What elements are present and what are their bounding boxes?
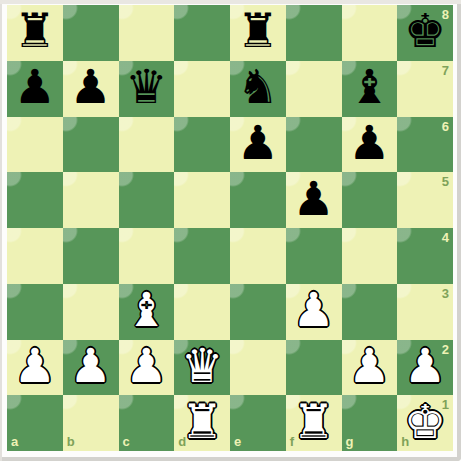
window-edge-top bbox=[0, 0, 461, 4]
rank-label-3: 3 bbox=[442, 287, 449, 300]
piece-white-pawn[interactable]: ♟ bbox=[125, 342, 167, 389]
file-label-d: d bbox=[178, 435, 186, 448]
square-d8[interactable] bbox=[174, 5, 230, 61]
square-f5[interactable]: ♟ bbox=[286, 172, 342, 228]
square-e2[interactable] bbox=[230, 340, 286, 396]
square-e8[interactable]: ♜ bbox=[230, 5, 286, 61]
square-e4[interactable] bbox=[230, 228, 286, 284]
rank-label-6: 6 bbox=[442, 120, 449, 133]
piece-white-rook[interactable]: ♜ bbox=[181, 398, 223, 445]
window-edge-left bbox=[0, 4, 2, 461]
square-h6[interactable]: 6 bbox=[397, 117, 453, 173]
square-g7[interactable]: ♝ bbox=[342, 61, 398, 117]
square-a6[interactable] bbox=[7, 117, 63, 173]
square-d3[interactable] bbox=[174, 284, 230, 340]
rank-label-1: 1 bbox=[442, 398, 449, 411]
square-c1[interactable]: c bbox=[119, 395, 175, 451]
piece-white-rook[interactable]: ♜ bbox=[293, 398, 335, 445]
square-h7[interactable]: 7 bbox=[397, 61, 453, 117]
piece-white-pawn[interactable]: ♟ bbox=[70, 342, 112, 389]
window-edge-right bbox=[457, 4, 461, 461]
square-e1[interactable]: e bbox=[230, 395, 286, 451]
square-g5[interactable] bbox=[342, 172, 398, 228]
square-g6[interactable]: ♟ bbox=[342, 117, 398, 173]
square-b8[interactable] bbox=[63, 5, 119, 61]
piece-white-pawn[interactable]: ♟ bbox=[348, 342, 390, 389]
piece-black-knight[interactable]: ♞ bbox=[237, 63, 279, 110]
square-a8[interactable]: ♜ bbox=[7, 5, 63, 61]
rank-label-4: 4 bbox=[442, 231, 449, 244]
square-c4[interactable] bbox=[119, 228, 175, 284]
square-g8[interactable] bbox=[342, 5, 398, 61]
square-a2[interactable]: ♟ bbox=[7, 340, 63, 396]
piece-black-king[interactable]: ♚ bbox=[404, 7, 446, 54]
square-f1[interactable]: ♜f bbox=[286, 395, 342, 451]
square-h3[interactable]: 3 bbox=[397, 284, 453, 340]
piece-black-pawn[interactable]: ♟ bbox=[348, 119, 390, 166]
square-b6[interactable] bbox=[63, 117, 119, 173]
file-label-h: h bbox=[401, 435, 409, 448]
square-c5[interactable] bbox=[119, 172, 175, 228]
piece-black-pawn[interactable]: ♟ bbox=[237, 119, 279, 166]
file-label-a: a bbox=[11, 435, 18, 448]
square-d5[interactable] bbox=[174, 172, 230, 228]
square-b3[interactable] bbox=[63, 284, 119, 340]
file-label-f: f bbox=[290, 435, 294, 448]
rank-label-2: 2 bbox=[442, 343, 449, 356]
piece-white-pawn[interactable]: ♟ bbox=[293, 286, 335, 333]
square-d6[interactable] bbox=[174, 117, 230, 173]
square-f6[interactable] bbox=[286, 117, 342, 173]
square-c7[interactable]: ♛ bbox=[119, 61, 175, 117]
square-d7[interactable] bbox=[174, 61, 230, 117]
square-b5[interactable] bbox=[63, 172, 119, 228]
square-c6[interactable] bbox=[119, 117, 175, 173]
piece-black-bishop[interactable]: ♝ bbox=[348, 63, 390, 110]
square-a3[interactable] bbox=[7, 284, 63, 340]
square-a4[interactable] bbox=[7, 228, 63, 284]
rank-label-5: 5 bbox=[442, 175, 449, 188]
square-e7[interactable]: ♞ bbox=[230, 61, 286, 117]
piece-black-rook[interactable]: ♜ bbox=[14, 7, 56, 54]
square-a1[interactable]: a bbox=[7, 395, 63, 451]
rank-label-7: 7 bbox=[442, 64, 449, 77]
square-g4[interactable] bbox=[342, 228, 398, 284]
square-f3[interactable]: ♟ bbox=[286, 284, 342, 340]
square-h2[interactable]: ♟2 bbox=[397, 340, 453, 396]
square-e5[interactable] bbox=[230, 172, 286, 228]
square-g3[interactable] bbox=[342, 284, 398, 340]
square-a7[interactable]: ♟ bbox=[7, 61, 63, 117]
file-label-c: c bbox=[123, 435, 130, 448]
rank-label-8: 8 bbox=[442, 8, 449, 21]
square-f4[interactable] bbox=[286, 228, 342, 284]
square-b7[interactable]: ♟ bbox=[63, 61, 119, 117]
square-c8[interactable] bbox=[119, 5, 175, 61]
piece-black-queen[interactable]: ♛ bbox=[125, 63, 167, 110]
square-h1[interactable]: ♚h1 bbox=[397, 395, 453, 451]
square-g1[interactable]: g bbox=[342, 395, 398, 451]
piece-black-pawn[interactable]: ♟ bbox=[70, 63, 112, 110]
file-label-b: b bbox=[67, 435, 75, 448]
piece-white-king[interactable]: ♚ bbox=[404, 398, 446, 445]
square-h5[interactable]: 5 bbox=[397, 172, 453, 228]
square-h4[interactable]: 4 bbox=[397, 228, 453, 284]
square-e3[interactable] bbox=[230, 284, 286, 340]
piece-white-pawn[interactable]: ♟ bbox=[14, 342, 56, 389]
square-b2[interactable]: ♟ bbox=[63, 340, 119, 396]
piece-black-pawn[interactable]: ♟ bbox=[293, 175, 335, 222]
square-c2[interactable]: ♟ bbox=[119, 340, 175, 396]
square-d4[interactable] bbox=[174, 228, 230, 284]
square-b1[interactable]: b bbox=[63, 395, 119, 451]
square-b4[interactable] bbox=[63, 228, 119, 284]
square-f7[interactable] bbox=[286, 61, 342, 117]
piece-white-bishop[interactable]: ♝ bbox=[125, 286, 167, 333]
square-a5[interactable] bbox=[7, 172, 63, 228]
chess-board: ♜♜♚8♟♟♛♞♝7♟♟6♟54♝♟3♟♟♟♛♟♟2abc♜de♜fg♚h1 bbox=[7, 5, 453, 451]
piece-white-pawn[interactable]: ♟ bbox=[404, 342, 446, 389]
square-c3[interactable]: ♝ bbox=[119, 284, 175, 340]
file-label-g: g bbox=[346, 435, 354, 448]
piece-black-rook[interactable]: ♜ bbox=[237, 7, 279, 54]
square-d2[interactable]: ♛ bbox=[174, 340, 230, 396]
square-h8[interactable]: ♚8 bbox=[397, 5, 453, 61]
square-e6[interactable]: ♟ bbox=[230, 117, 286, 173]
square-f8[interactable] bbox=[286, 5, 342, 61]
square-g2[interactable]: ♟ bbox=[342, 340, 398, 396]
square-f2[interactable] bbox=[286, 340, 342, 396]
piece-black-pawn[interactable]: ♟ bbox=[14, 63, 56, 110]
window-edge-bottom bbox=[2, 457, 461, 461]
file-label-e: e bbox=[234, 435, 241, 448]
square-d1[interactable]: ♜d bbox=[174, 395, 230, 451]
piece-white-queen[interactable]: ♛ bbox=[181, 342, 223, 389]
